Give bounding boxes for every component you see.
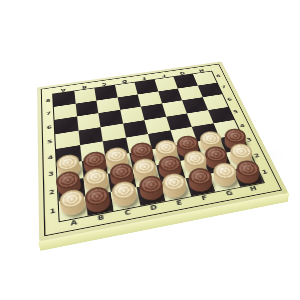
coordinate-label-4: 4 [44, 149, 57, 167]
perspective-wrapper: ABCDEFGH ABCDEFGH 87654321 87654321 [0, 0, 300, 300]
checker-light-c1[interactable] [112, 188, 138, 209]
coordinate-label-1: 1 [46, 201, 60, 224]
checker-light-g1[interactable] [211, 170, 238, 190]
checker-dark-d1[interactable] [138, 183, 164, 204]
checker-light-a1[interactable] [61, 196, 86, 218]
photo-scene: ABCDEFGH ABCDEFGH 87654321 87654321 [0, 0, 300, 300]
square-a7[interactable] [54, 103, 77, 119]
checker-dark-f1[interactable] [186, 175, 213, 195]
checkers-board: ABCDEFGH ABCDEFGH 87654321 87654321 [37, 62, 288, 242]
square-b5[interactable] [78, 127, 103, 145]
checker-light-e1[interactable] [161, 180, 188, 201]
